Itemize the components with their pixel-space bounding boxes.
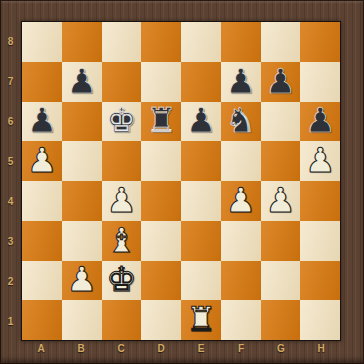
piece-white-bishop[interactable]: ♝ <box>106 223 136 257</box>
square-g1[interactable] <box>261 300 301 340</box>
square-a6[interactable]: ♟ <box>22 102 62 142</box>
square-d3[interactable] <box>141 221 181 261</box>
square-a3[interactable] <box>22 221 62 261</box>
square-b2[interactable]: ♟ <box>62 261 102 301</box>
rank-label-8: 8 <box>0 21 21 61</box>
square-d1[interactable] <box>141 300 181 340</box>
square-a2[interactable] <box>22 261 62 301</box>
square-b3[interactable] <box>62 221 102 261</box>
file-label-g: G <box>261 341 301 356</box>
square-d8[interactable] <box>141 22 181 62</box>
square-d6[interactable]: ♜ <box>141 102 181 142</box>
piece-white-pawn[interactable]: ♟ <box>225 183 255 217</box>
rank-label-6: 6 <box>0 101 21 141</box>
rank-label-1: 1 <box>0 301 21 341</box>
file-label-e: E <box>181 341 221 356</box>
piece-white-pawn[interactable]: ♟ <box>106 183 136 217</box>
square-c5[interactable] <box>102 141 142 181</box>
square-c3[interactable]: ♝ <box>102 221 142 261</box>
square-c8[interactable] <box>102 22 142 62</box>
rank-label-2: 2 <box>0 261 21 301</box>
square-d5[interactable] <box>141 141 181 181</box>
square-h2[interactable] <box>300 261 340 301</box>
square-g8[interactable] <box>261 22 301 62</box>
square-h7[interactable] <box>300 62 340 102</box>
square-g5[interactable] <box>261 141 301 181</box>
square-c7[interactable] <box>102 62 142 102</box>
square-e3[interactable] <box>181 221 221 261</box>
rank-label-5: 5 <box>0 141 21 181</box>
piece-white-pawn[interactable]: ♟ <box>265 183 295 217</box>
square-b7[interactable]: ♟ <box>62 62 102 102</box>
square-a7[interactable] <box>22 62 62 102</box>
square-g7[interactable]: ♟ <box>261 62 301 102</box>
piece-black-rook[interactable]: ♜ <box>146 103 176 137</box>
file-label-a: A <box>21 341 61 356</box>
square-c2[interactable]: ♚ <box>102 261 142 301</box>
file-labels: ABCDEFGH <box>21 341 341 356</box>
rank-labels: 87654321 <box>0 21 21 341</box>
square-c4[interactable]: ♟ <box>102 181 142 221</box>
piece-white-pawn[interactable]: ♟ <box>305 143 335 177</box>
board-frame: 87654321 ♟♟♟♟♚♜♟♞♟♟♟♟♟♟♝♟♚♜ ABCDEFGH <box>0 0 364 364</box>
square-e5[interactable] <box>181 141 221 181</box>
square-f4[interactable]: ♟ <box>221 181 261 221</box>
square-e6[interactable]: ♟ <box>181 102 221 142</box>
square-h6[interactable]: ♟ <box>300 102 340 142</box>
piece-white-king[interactable]: ♚ <box>106 262 136 296</box>
square-b4[interactable] <box>62 181 102 221</box>
piece-white-pawn[interactable]: ♟ <box>66 262 96 296</box>
file-label-h: H <box>301 341 341 356</box>
square-b8[interactable] <box>62 22 102 62</box>
file-label-c: C <box>101 341 141 356</box>
square-e7[interactable] <box>181 62 221 102</box>
piece-black-pawn[interactable]: ♟ <box>66 64 96 98</box>
square-h1[interactable] <box>300 300 340 340</box>
square-h4[interactable] <box>300 181 340 221</box>
square-a5[interactable]: ♟ <box>22 141 62 181</box>
square-e2[interactable] <box>181 261 221 301</box>
square-g3[interactable] <box>261 221 301 261</box>
piece-black-pawn[interactable]: ♟ <box>265 64 295 98</box>
square-a1[interactable] <box>22 300 62 340</box>
square-h8[interactable] <box>300 22 340 62</box>
piece-black-pawn[interactable]: ♟ <box>305 103 335 137</box>
square-b6[interactable] <box>62 102 102 142</box>
square-d7[interactable] <box>141 62 181 102</box>
file-label-d: D <box>141 341 181 356</box>
file-label-b: B <box>61 341 101 356</box>
square-e4[interactable] <box>181 181 221 221</box>
chess-board[interactable]: ♟♟♟♟♚♜♟♞♟♟♟♟♟♟♝♟♚♜ <box>21 21 341 341</box>
piece-white-rook[interactable]: ♜ <box>186 302 216 336</box>
square-d4[interactable] <box>141 181 181 221</box>
square-g2[interactable] <box>261 261 301 301</box>
square-c1[interactable] <box>102 300 142 340</box>
square-f3[interactable] <box>221 221 261 261</box>
square-a4[interactable] <box>22 181 62 221</box>
square-e8[interactable] <box>181 22 221 62</box>
square-h5[interactable]: ♟ <box>300 141 340 181</box>
square-f6[interactable]: ♞ <box>221 102 261 142</box>
rank-label-3: 3 <box>0 221 21 261</box>
piece-black-knight[interactable]: ♞ <box>225 103 255 137</box>
square-h3[interactable] <box>300 221 340 261</box>
square-g4[interactable]: ♟ <box>261 181 301 221</box>
piece-black-king[interactable]: ♚ <box>106 103 136 137</box>
square-d2[interactable] <box>141 261 181 301</box>
file-label-f: F <box>221 341 261 356</box>
piece-black-pawn[interactable]: ♟ <box>225 64 255 98</box>
square-f2[interactable] <box>221 261 261 301</box>
piece-white-pawn[interactable]: ♟ <box>27 143 57 177</box>
square-f1[interactable] <box>221 300 261 340</box>
square-e1[interactable]: ♜ <box>181 300 221 340</box>
piece-black-pawn[interactable]: ♟ <box>186 103 216 137</box>
square-g6[interactable] <box>261 102 301 142</box>
rank-label-4: 4 <box>0 181 21 221</box>
square-a8[interactable] <box>22 22 62 62</box>
square-b5[interactable] <box>62 141 102 181</box>
square-b1[interactable] <box>62 300 102 340</box>
piece-black-pawn[interactable]: ♟ <box>27 103 57 137</box>
square-c6[interactable]: ♚ <box>102 102 142 142</box>
square-f5[interactable] <box>221 141 261 181</box>
rank-label-7: 7 <box>0 61 21 101</box>
square-f7[interactable]: ♟ <box>221 62 261 102</box>
square-f8[interactable] <box>221 22 261 62</box>
